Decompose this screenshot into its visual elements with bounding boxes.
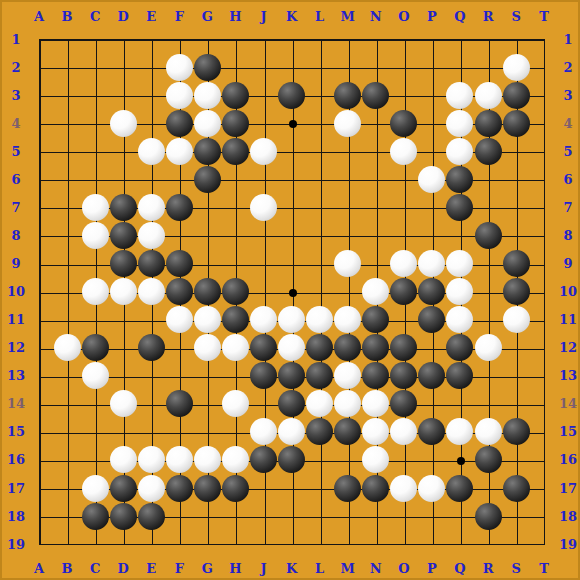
- white-stone-M13: [334, 362, 361, 389]
- black-stone-N12: [362, 334, 389, 361]
- black-stone-J12: [250, 334, 277, 361]
- white-stone-Q10: [446, 278, 473, 305]
- column-labels-bottom: ABCDEFGHJKLMNOPQRST: [25, 556, 559, 580]
- black-stone-F4: [166, 110, 193, 137]
- row-label-10: 10: [556, 278, 580, 306]
- white-stone-O5: [390, 138, 417, 165]
- row-label-3: 3: [556, 81, 580, 109]
- row-label-1: 1: [556, 25, 580, 53]
- black-stone-S4: [503, 110, 530, 137]
- white-stone-E10: [138, 278, 165, 305]
- black-stone-G5: [194, 138, 221, 165]
- black-stone-M17: [334, 475, 361, 502]
- black-stone-F9: [166, 250, 193, 277]
- black-stone-S3: [503, 82, 530, 109]
- col-label-M: M: [334, 556, 362, 580]
- black-stone-R4: [475, 110, 502, 137]
- col-label-Q: Q: [446, 556, 474, 580]
- white-stone-C8: [82, 222, 109, 249]
- black-stone-D17: [110, 475, 137, 502]
- white-stone-M4: [334, 110, 361, 137]
- white-stone-H14: [222, 390, 249, 417]
- col-label-L: L: [306, 556, 334, 580]
- black-stone-R8: [475, 222, 502, 249]
- white-stone-J11: [250, 306, 277, 333]
- white-stone-L14: [306, 390, 333, 417]
- black-stone-N13: [362, 362, 389, 389]
- black-stone-G2: [194, 54, 221, 81]
- white-stone-S11: [503, 306, 530, 333]
- white-stone-B12: [54, 334, 81, 361]
- col-label-T: T: [530, 556, 558, 580]
- col-label-K: K: [278, 556, 306, 580]
- go-board-screenshot: ABCDEFGHJKLMNOPQRST ABCDEFGHJKLMNOPQRST …: [0, 0, 580, 580]
- white-stone-R15: [475, 418, 502, 445]
- black-stone-P11: [418, 306, 445, 333]
- black-stone-M12: [334, 334, 361, 361]
- white-stone-E16: [138, 446, 165, 473]
- white-stone-C7: [82, 194, 109, 221]
- black-stone-Q7: [446, 194, 473, 221]
- black-stone-R5: [475, 138, 502, 165]
- col-label-O: O: [390, 556, 418, 580]
- white-stone-E17: [138, 475, 165, 502]
- black-stone-N11: [362, 306, 389, 333]
- row-label-2: 2: [556, 53, 580, 81]
- col-label-C: C: [81, 556, 109, 580]
- white-stone-M14: [334, 390, 361, 417]
- white-stone-C10: [82, 278, 109, 305]
- white-stone-E5: [138, 138, 165, 165]
- white-stone-K15: [278, 418, 305, 445]
- black-stone-K14: [278, 390, 305, 417]
- black-stone-L15: [306, 418, 333, 445]
- white-stone-N16: [362, 446, 389, 473]
- black-stone-H10: [222, 278, 249, 305]
- white-stone-S2: [503, 54, 530, 81]
- white-stone-H12: [222, 334, 249, 361]
- black-stone-L13: [306, 362, 333, 389]
- row-label-11: 11: [556, 306, 580, 334]
- white-stone-P6: [418, 166, 445, 193]
- black-stone-Q13: [446, 362, 473, 389]
- white-stone-P9: [418, 250, 445, 277]
- white-stone-Q3: [446, 82, 473, 109]
- black-stone-H5: [222, 138, 249, 165]
- black-stone-P13: [418, 362, 445, 389]
- go-board[interactable]: [25, 25, 559, 559]
- white-stone-F11: [166, 306, 193, 333]
- row-labels-right: 12345678910111213141516171819: [556, 25, 580, 559]
- white-stone-F2: [166, 54, 193, 81]
- black-stone-H3: [222, 82, 249, 109]
- row-label-14: 14: [556, 390, 580, 418]
- black-stone-P10: [418, 278, 445, 305]
- row-label-9: 9: [556, 250, 580, 278]
- white-stone-O9: [390, 250, 417, 277]
- white-stone-M11: [334, 306, 361, 333]
- black-stone-O14: [390, 390, 417, 417]
- black-stone-J16: [250, 446, 277, 473]
- white-stone-Q5: [446, 138, 473, 165]
- white-stone-J5: [250, 138, 277, 165]
- black-stone-C12: [82, 334, 109, 361]
- col-label-G: G: [193, 556, 221, 580]
- white-stone-K11: [278, 306, 305, 333]
- row-label-6: 6: [556, 165, 580, 193]
- row-label-5: 5: [556, 137, 580, 165]
- black-stone-E18: [138, 503, 165, 530]
- white-stone-G16: [194, 446, 221, 473]
- white-stone-L11: [306, 306, 333, 333]
- white-stone-N10: [362, 278, 389, 305]
- white-stone-Q4: [446, 110, 473, 137]
- row-label-13: 13: [556, 362, 580, 390]
- white-stone-R3: [475, 82, 502, 109]
- black-stone-Q17: [446, 475, 473, 502]
- white-stone-G12: [194, 334, 221, 361]
- col-label-E: E: [137, 556, 165, 580]
- white-stone-G3: [194, 82, 221, 109]
- row-label-8: 8: [556, 221, 580, 249]
- black-stone-M3: [334, 82, 361, 109]
- black-stone-F10: [166, 278, 193, 305]
- white-stone-F3: [166, 82, 193, 109]
- col-label-N: N: [362, 556, 390, 580]
- col-label-B: B: [53, 556, 81, 580]
- black-stone-Q6: [446, 166, 473, 193]
- col-label-R: R: [474, 556, 502, 580]
- black-stone-K16: [278, 446, 305, 473]
- black-stone-L12: [306, 334, 333, 361]
- white-stone-H16: [222, 446, 249, 473]
- col-label-A: A: [25, 556, 53, 580]
- black-stone-G6: [194, 166, 221, 193]
- black-stone-R16: [475, 446, 502, 473]
- white-stone-D10: [110, 278, 137, 305]
- col-label-P: P: [418, 556, 446, 580]
- row-label-16: 16: [556, 446, 580, 474]
- white-stone-N14: [362, 390, 389, 417]
- black-stone-S17: [503, 475, 530, 502]
- black-stone-O13: [390, 362, 417, 389]
- black-stone-E12: [138, 334, 165, 361]
- black-stone-R18: [475, 503, 502, 530]
- col-label-S: S: [502, 556, 530, 580]
- black-stone-P15: [418, 418, 445, 445]
- white-stone-D16: [110, 446, 137, 473]
- white-stone-N15: [362, 418, 389, 445]
- white-stone-R12: [475, 334, 502, 361]
- white-stone-D14: [110, 390, 137, 417]
- black-stone-N17: [362, 475, 389, 502]
- black-stone-F17: [166, 475, 193, 502]
- white-stone-C17: [82, 475, 109, 502]
- black-stone-F14: [166, 390, 193, 417]
- white-stone-J7: [250, 194, 277, 221]
- white-stone-G11: [194, 306, 221, 333]
- black-stone-K3: [278, 82, 305, 109]
- white-stone-F16: [166, 446, 193, 473]
- white-stone-Q11: [446, 306, 473, 333]
- white-stone-F5: [166, 138, 193, 165]
- black-stone-D9: [110, 250, 137, 277]
- black-stone-G10: [194, 278, 221, 305]
- black-stone-H17: [222, 475, 249, 502]
- white-stone-Q15: [446, 418, 473, 445]
- black-stone-H4: [222, 110, 249, 137]
- black-stone-G17: [194, 475, 221, 502]
- black-stone-S10: [503, 278, 530, 305]
- row-label-7: 7: [556, 193, 580, 221]
- black-stone-S15: [503, 418, 530, 445]
- col-label-D: D: [109, 556, 137, 580]
- white-stone-G4: [194, 110, 221, 137]
- black-stone-M15: [334, 418, 361, 445]
- black-stone-K13: [278, 362, 305, 389]
- row-label-4: 4: [556, 109, 580, 137]
- white-stone-K12: [278, 334, 305, 361]
- black-stone-Q12: [446, 334, 473, 361]
- col-label-J: J: [250, 556, 278, 580]
- row-label-17: 17: [556, 474, 580, 502]
- white-stone-E7: [138, 194, 165, 221]
- black-stone-E9: [138, 250, 165, 277]
- white-stone-J15: [250, 418, 277, 445]
- row-label-19: 19: [556, 530, 580, 558]
- white-stone-O15: [390, 418, 417, 445]
- white-stone-M9: [334, 250, 361, 277]
- white-stone-D4: [110, 110, 137, 137]
- white-stone-O17: [390, 475, 417, 502]
- white-stone-Q9: [446, 250, 473, 277]
- black-stone-O4: [390, 110, 417, 137]
- black-stone-F7: [166, 194, 193, 221]
- black-stone-D18: [110, 503, 137, 530]
- white-stone-E8: [138, 222, 165, 249]
- black-stone-S9: [503, 250, 530, 277]
- black-stone-H11: [222, 306, 249, 333]
- black-stone-D7: [110, 194, 137, 221]
- black-stone-C18: [82, 503, 109, 530]
- black-stone-O12: [390, 334, 417, 361]
- row-label-18: 18: [556, 502, 580, 530]
- white-stone-P17: [418, 475, 445, 502]
- row-label-15: 15: [556, 418, 580, 446]
- black-stone-N3: [362, 82, 389, 109]
- col-label-F: F: [165, 556, 193, 580]
- white-stone-C13: [82, 362, 109, 389]
- col-label-H: H: [221, 556, 249, 580]
- black-stone-O10: [390, 278, 417, 305]
- black-stone-D8: [110, 222, 137, 249]
- row-label-12: 12: [556, 334, 580, 362]
- black-stone-J13: [250, 362, 277, 389]
